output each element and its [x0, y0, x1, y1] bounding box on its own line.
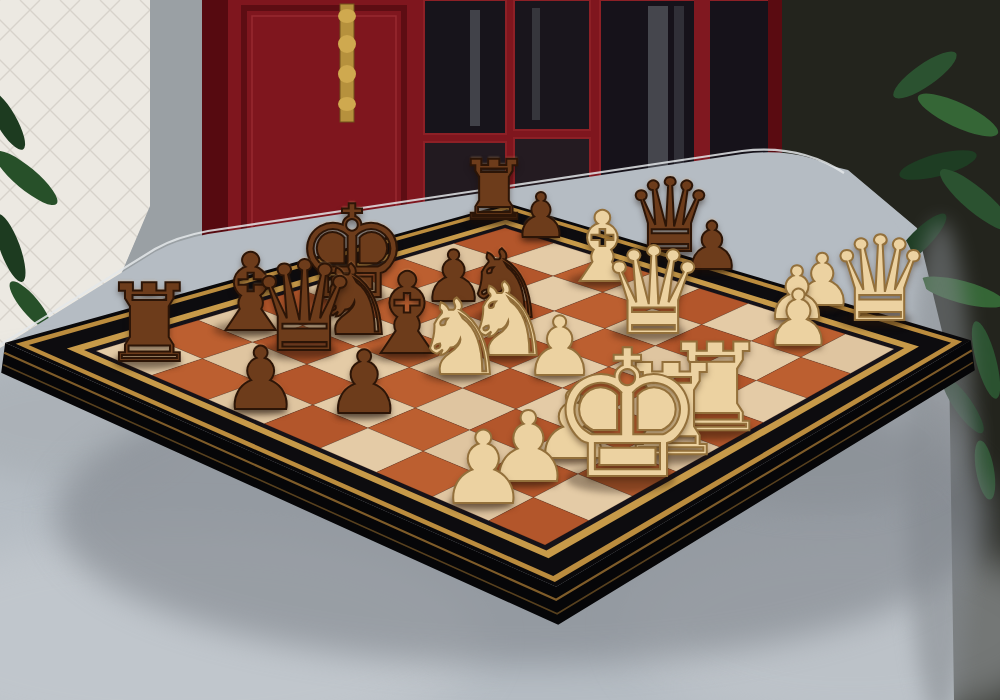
photo-scene: ♜♟♛♟♝♚♟♟♞♟♛♝♛♞♟♛♝♞♜♟♞♟♟♜♜♟♚♟♟ — [0, 0, 1000, 700]
chess-board — [0, 0, 1000, 700]
